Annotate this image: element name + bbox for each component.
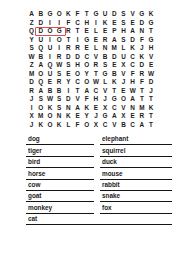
grid-cell-r12c9[interactable]: X [101, 104, 110, 113]
grid-cell-r12c7[interactable]: K [82, 104, 91, 113]
grid-cell-r12c5[interactable]: N [64, 104, 73, 113]
grid-cell-r8c8[interactable]: T [91, 70, 100, 79]
grid-cell-r2c2[interactable]: D [36, 19, 45, 28]
word-search-worksheet: ABGOKFTGUDSVGKZDIIFCHIKESEDGQDOGRTELEPHA… [0, 0, 180, 255]
word-item-rabbit: rabbit [100, 180, 172, 191]
grid-cell-r7c14[interactable]: E [146, 61, 155, 70]
grid-cell-r11c13[interactable]: T [137, 95, 146, 104]
grid-cell-r5c2[interactable]: Q [36, 44, 45, 53]
grid-cell-r13c6[interactable]: E [73, 112, 82, 121]
grid-cell-r5c1[interactable]: S [27, 44, 36, 53]
grid-cell-r5c3[interactable]: U [45, 44, 54, 53]
grid-cell-r5c9[interactable]: N [101, 44, 110, 53]
grid-cell-r8c6[interactable]: O [73, 70, 82, 79]
grid-cell-r8c11[interactable]: V [119, 70, 128, 79]
grid-cell-r6c13[interactable]: K [137, 53, 146, 62]
grid-cell-r6c10[interactable]: D [110, 53, 119, 62]
grid-cell-r7c8[interactable]: R [91, 61, 100, 70]
grid-cell-r5c12[interactable]: K [128, 44, 137, 53]
grid-cell-r1c14[interactable]: K [146, 10, 155, 19]
grid-cell-r2c6[interactable]: C [73, 19, 82, 28]
grid-cell-r1c9[interactable]: U [101, 10, 110, 19]
grid-cell-r14c8[interactable]: X [91, 121, 100, 130]
grid-cell-r10c8[interactable]: C [91, 87, 100, 96]
word-item-bird: bird [26, 157, 94, 168]
grid-cell-r14c14[interactable]: T [146, 121, 155, 130]
grid-cell-r14c7[interactable]: O [82, 121, 91, 130]
grid-cell-r11c7[interactable]: F [82, 95, 91, 104]
grid-cell-r2c12[interactable]: E [128, 19, 137, 28]
grid-cell-r4c3[interactable]: I [45, 36, 54, 45]
grid-cell-r14c2[interactable]: K [36, 121, 45, 130]
grid-cell-r9c11[interactable]: J [119, 78, 128, 87]
grid-cell-r6c4[interactable]: R [55, 53, 64, 62]
grid-cell-r9c3[interactable]: E [45, 78, 54, 87]
grid-cell-r1c7[interactable]: T [82, 10, 91, 19]
word-item-snake: snake [100, 191, 172, 202]
grid-cell-r10c7[interactable]: A [82, 87, 91, 96]
grid-cell-r9c13[interactable]: F [137, 78, 146, 87]
grid-cell-r11c1[interactable]: J [27, 95, 36, 104]
grid-cell-r10c9[interactable]: V [101, 87, 110, 96]
grid-cell-r3c9[interactable]: E [101, 27, 110, 36]
grid-cell-r4c10[interactable]: A [110, 36, 119, 45]
grid-cell-r2c14[interactable]: G [146, 19, 155, 28]
grid-cell-r14c13[interactable]: A [137, 121, 146, 130]
grid-cell-r11c11[interactable]: O [119, 95, 128, 104]
grid-cell-r7c5[interactable]: S [64, 61, 73, 70]
grid-cell-r7c3[interactable]: Q [45, 61, 54, 70]
grid-cell-r3c2[interactable]: D [36, 27, 45, 36]
grid-cell-r14c4[interactable]: K [55, 121, 64, 130]
word-item-goat: goat [26, 191, 94, 202]
grid-cell-r3c13[interactable]: N [137, 27, 146, 36]
grid-cell-r3c14[interactable]: T [146, 27, 155, 36]
grid-cell-r1c11[interactable]: S [119, 10, 128, 19]
grid-cell-r8c7[interactable]: Y [82, 70, 91, 79]
grid-cell-r5c13[interactable]: J [137, 44, 146, 53]
grid-cell-r4c4[interactable]: O [55, 36, 64, 45]
grid-cell-r1c8[interactable]: G [91, 10, 100, 19]
grid-cell-r7c7[interactable]: O [82, 61, 91, 70]
grid-cell-r12c13[interactable]: M [137, 104, 146, 113]
word-item-horse: horse [26, 168, 94, 179]
grid-cell-r5c8[interactable]: L [91, 44, 100, 53]
grid-cell-r6c5[interactable]: D [64, 53, 73, 62]
grid-cell-r4c6[interactable]: I [73, 36, 82, 45]
word-item-monkey: monkey [26, 202, 94, 213]
grid-cell-r10c1[interactable]: R [27, 87, 36, 96]
grid-cell-r4c14[interactable]: G [146, 36, 155, 45]
grid-cell-r1c3[interactable]: G [45, 10, 54, 19]
word-list-row: goatsnake [26, 191, 172, 202]
word-list-row: cat [26, 214, 172, 225]
grid-cell-r3c5[interactable]: R [64, 27, 73, 36]
grid-cell-r2c3[interactable]: I [45, 19, 54, 28]
grid-cell-r11c6[interactable]: V [73, 95, 82, 104]
grid-cell-r1c10[interactable]: D [110, 10, 119, 19]
grid-cell-r5c10[interactable]: M [110, 44, 119, 53]
grid-cell-r10c13[interactable]: T [137, 87, 146, 96]
word-item-elephant: elephant [100, 134, 172, 145]
grid-cell-r9c12[interactable]: H [128, 78, 137, 87]
grid-cell-r13c7[interactable]: Y [82, 112, 91, 121]
grid-cell-r5c4[interactable]: I [55, 44, 64, 53]
grid-cell-r1c13[interactable]: G [137, 10, 146, 19]
grid-cell-r4c5[interactable]: T [64, 36, 73, 45]
grid-cell-r5c11[interactable]: L [119, 44, 128, 53]
grid-cell-r2c5[interactable]: F [64, 19, 73, 28]
grid-cell-r8c9[interactable]: G [101, 70, 110, 79]
grid-cell-r7c13[interactable]: D [137, 61, 146, 70]
grid-cell-r9c6[interactable]: C [73, 78, 82, 87]
word-list-row: horsemouse [26, 168, 172, 179]
grid-cell-r12c6[interactable]: A [73, 104, 82, 113]
grid-cell-r10c5[interactable]: I [64, 87, 73, 96]
grid-cell-r3c3[interactable]: O [45, 27, 54, 36]
grid-cell-r7c11[interactable]: X [119, 61, 128, 70]
grid-cell-r14c5[interactable]: L [64, 121, 73, 130]
grid-cell-r13c8[interactable]: J [91, 112, 100, 121]
grid-cell-r12c11[interactable]: V [119, 104, 128, 113]
grid-cell-r10c10[interactable]: T [110, 87, 119, 96]
grid-cell-r5c7[interactable]: E [82, 44, 91, 53]
grid-cell-r9c4[interactable]: R [55, 78, 64, 87]
grid-cell-r8c3[interactable]: U [45, 70, 54, 79]
grid-cell-r10c12[interactable]: W [128, 87, 137, 96]
grid-cell-r3c12[interactable]: A [128, 27, 137, 36]
grid-cell-r14c9[interactable]: C [101, 121, 110, 130]
grid-cell-r11c10[interactable]: G [110, 95, 119, 104]
grid-cell-r13c3[interactable]: O [45, 112, 54, 121]
grid-cell-r13c10[interactable]: A [110, 112, 119, 121]
grid-cell-r2c10[interactable]: E [110, 19, 119, 28]
grid-cell-r6c12[interactable]: C [128, 53, 137, 62]
grid-cell-r11c4[interactable]: S [55, 95, 64, 104]
grid-cell-r4c13[interactable]: F [137, 36, 146, 45]
grid-cell-r2c7[interactable]: H [82, 19, 91, 28]
word-item-mouse: mouse [100, 168, 172, 179]
grid-cell-r9c5[interactable]: Y [64, 78, 73, 87]
grid-cell-r4c11[interactable]: S [119, 36, 128, 45]
grid-cell-r2c9[interactable]: K [101, 19, 110, 28]
grid-cell-r12c2[interactable]: O [36, 104, 45, 113]
grid-cell-r3c6[interactable]: T [73, 27, 82, 36]
grid-cell-r12c14[interactable]: K [146, 104, 155, 113]
grid-cell-r3c7[interactable]: E [82, 27, 91, 36]
grid-cell-r10c2[interactable]: A [36, 87, 45, 96]
grid-cell-r5c6[interactable]: R [73, 44, 82, 53]
grid-cell-r13c12[interactable]: E [128, 112, 137, 121]
word-list-row: birdduck [26, 157, 172, 168]
grid-cell-r3c1[interactable]: Q [27, 27, 36, 36]
grid-cell-r2c4[interactable]: I [55, 19, 64, 28]
grid-cell-r9c7[interactable]: O [82, 78, 91, 87]
grid-cell-r3c11[interactable]: H [119, 27, 128, 36]
word-list-row: tigersquirrel [26, 145, 172, 156]
grid-cell-r14c6[interactable]: F [73, 121, 82, 130]
grid-cell-r3c8[interactable]: L [91, 27, 100, 36]
grid-cell-r12c10[interactable]: C [110, 104, 119, 113]
word-list-row: cowrabbit [26, 180, 172, 191]
grid-cell-r8c10[interactable]: B [110, 70, 119, 79]
grid-cell-r4c12[interactable]: D [128, 36, 137, 45]
grid-cell-r13c14[interactable]: T [146, 112, 155, 121]
word-item-dog: dog [26, 134, 94, 145]
grid-cell-r1c1[interactable]: A [27, 10, 36, 19]
word-list-table: dogelephanttigersquirrelbirdduckhorsemou… [26, 134, 172, 225]
word-item-squirrel: squirrel [100, 145, 172, 156]
grid-cell-r8c12[interactable]: F [128, 70, 137, 79]
grid-cell-r8c1[interactable]: M [27, 70, 36, 79]
grid-cell-r13c11[interactable]: X [119, 112, 128, 121]
grid-cell-r3c4[interactable]: G [55, 27, 64, 36]
word-list-row: monkeyfox [26, 202, 172, 213]
grid-cell-r12c8[interactable]: E [91, 104, 100, 113]
grid-cell-r2c13[interactable]: D [137, 19, 146, 28]
grid-cell-r7c6[interactable]: H [73, 61, 82, 70]
grid-cell-r13c9[interactable]: G [101, 112, 110, 121]
grid-cell-r9c2[interactable]: Q [36, 78, 45, 87]
grid-cell-r6c7[interactable]: C [82, 53, 91, 62]
grid-cell-r13c5[interactable]: K [64, 112, 73, 121]
word-search-grid: ABGOKFTGUDSVGKZDIIFCHIKESEDGQDOGRTELEPHA… [27, 10, 156, 129]
grid-cell-r12c4[interactable]: S [55, 104, 64, 113]
grid-cell-r14c1[interactable]: J [27, 121, 36, 130]
word-item-cow: cow [26, 180, 94, 191]
grid-cell-r5c14[interactable]: H [146, 44, 155, 53]
grid-cell-r6c11[interactable]: U [119, 53, 128, 62]
grid-cell-r13c4[interactable]: N [55, 112, 64, 121]
word-item-cat: cat [26, 214, 172, 225]
grid-cell-r7c2[interactable]: A [36, 61, 45, 70]
grid-cell-r13c1[interactable]: X [27, 112, 36, 121]
grid-cell-r1c2[interactable]: B [36, 10, 45, 19]
grid-cell-r14c10[interactable]: V [110, 121, 119, 130]
grid-cell-r2c11[interactable]: S [119, 19, 128, 28]
grid-cell-r8c5[interactable]: E [64, 70, 73, 79]
grid-cell-r10c11[interactable]: E [119, 87, 128, 96]
grid-cell-r4c9[interactable]: R [101, 36, 110, 45]
word-item-duck: duck [100, 157, 172, 168]
grid-cell-r7c1[interactable]: Z [27, 61, 36, 70]
grid-cell-r11c9[interactable]: J [101, 95, 110, 104]
grid-cell-r11c12[interactable]: A [128, 95, 137, 104]
word-list-row: dogelephant [26, 134, 172, 145]
grid-cell-r10c3[interactable]: B [45, 87, 54, 96]
grid-cell-r9c10[interactable]: K [110, 78, 119, 87]
word-item-fox: fox [100, 202, 172, 213]
grid-cell-r14c3[interactable]: O [45, 121, 54, 130]
grid-cell-r7c9[interactable]: S [101, 61, 110, 70]
word-item-tiger: tiger [26, 145, 94, 156]
grid-cell-r1c6[interactable]: F [73, 10, 82, 19]
grid-cell-r6c9[interactable]: B [101, 53, 110, 62]
grid-cell-r9c8[interactable]: W [91, 78, 100, 87]
grid-cell-r8c13[interactable]: R [137, 70, 146, 79]
grid-cell-r7c10[interactable]: E [110, 61, 119, 70]
grid-cell-r9c9[interactable]: L [101, 78, 110, 87]
grid-cell-r12c1[interactable]: I [27, 104, 36, 113]
grid-cell-r10c6[interactable]: T [73, 87, 82, 96]
grid-cell-r8c4[interactable]: S [55, 70, 64, 79]
grid-cell-r4c1[interactable]: Y [27, 36, 36, 45]
grid-cell-r9c14[interactable]: D [146, 78, 155, 87]
grid-cell-r13c2[interactable]: M [36, 112, 45, 121]
grid-cell-r8c14[interactable]: W [146, 70, 155, 79]
grid-cell-r9c1[interactable]: D [27, 78, 36, 87]
grid-cell-r11c8[interactable]: H [91, 95, 100, 104]
grid-cell-r6c6[interactable]: D [73, 53, 82, 62]
grid-cell-r14c12[interactable]: C [128, 121, 137, 130]
grid-cell-r10c14[interactable]: J [146, 87, 155, 96]
grid-cell-r11c5[interactable]: D [64, 95, 73, 104]
grid-cell-r11c3[interactable]: W [45, 95, 54, 104]
grid-cell-r1c4[interactable]: O [55, 10, 64, 19]
grid-cell-r6c1[interactable]: W [27, 53, 36, 62]
grid-cell-r8c2[interactable]: O [36, 70, 45, 79]
grid-cell-r13c13[interactable]: R [137, 112, 146, 121]
grid-cell-r11c2[interactable]: S [36, 95, 45, 104]
grid-cell-r1c5[interactable]: K [64, 10, 73, 19]
grid-cell-r12c3[interactable]: K [45, 104, 54, 113]
grid-cell-r14c11[interactable]: B [119, 121, 128, 130]
grid-cell-r4c8[interactable]: E [91, 36, 100, 45]
grid-cell-r5c5[interactable]: R [64, 44, 73, 53]
grid-cell-r4c7[interactable]: G [82, 36, 91, 45]
grid-cell-r6c8[interactable]: V [91, 53, 100, 62]
grid-cell-r3c10[interactable]: P [110, 27, 119, 36]
grid-cell-r2c8[interactable]: I [91, 19, 100, 28]
grid-cell-r12c12[interactable]: N [128, 104, 137, 113]
grid-cell-r1c12[interactable]: V [128, 10, 137, 19]
grid-cell-r6c2[interactable]: B [36, 53, 45, 62]
grid-cell-r6c14[interactable]: V [146, 53, 155, 62]
grid-cell-r2c1[interactable]: Z [27, 19, 36, 28]
grid-cell-r7c4[interactable]: W [55, 61, 64, 70]
grid-cell-r11c14[interactable]: T [146, 95, 155, 104]
grid-cell-r4c2[interactable]: U [36, 36, 45, 45]
grid-cell-r7c12[interactable]: C [128, 61, 137, 70]
grid-cell-r6c3[interactable]: I [45, 53, 54, 62]
grid-cell-r10c4[interactable]: B [55, 87, 64, 96]
